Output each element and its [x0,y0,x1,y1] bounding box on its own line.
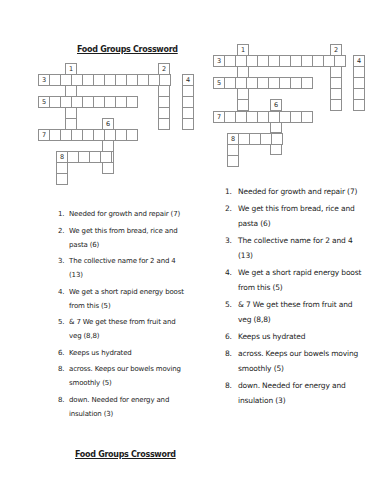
clue-item: 6.Keeps us hydrated [225,329,361,344]
clue-text: We get a short rapid energy boost [69,285,184,299]
clue-text: pasta (6) [238,216,361,231]
clue-text: Keeps us hydrated [238,329,361,344]
clue-text: across. Keeps our bowels moving [238,346,361,361]
clue-text-block: across. Keeps our bowels movingsmoothly … [69,362,184,390]
clue-number: 6. [225,329,238,344]
clue-item: 1.Needed for growth and repair (7) [225,184,361,199]
clue-text-block: The collective name for 2 and 4(13) [238,233,361,263]
grid-cell[interactable] [353,99,365,111]
clue-item: 1.Needed for growth and repair (7) [58,207,184,221]
clue-list-right: 1.Needed for growth and repair (7)2.We g… [225,184,361,410]
worksheet-page: Food Groups Crossword 12345678 12345678 … [0,0,386,500]
footer-title: Food Groups Crossword [75,450,176,459]
grid-cell[interactable] [301,77,313,89]
clue-item: 4.We get a short rapid energy boostfrom … [58,285,184,313]
clue-text: Keeps us hydrated [69,346,184,360]
clue-text: insulation (3) [69,407,184,421]
clue-number: 8. [225,346,238,376]
clue-item: 3.The collective name for 2 and 4(13) [58,254,184,282]
clue-text: insulation (3) [238,393,361,408]
clue-number: 5. [225,297,238,327]
clue-text-block: down. Needed for energy andinsulation (3… [69,393,184,421]
clue-text: The collective name for 2 and 4 [238,233,361,248]
clue-text-block: The collective name for 2 and 4(13) [69,254,184,282]
clue-number: 8. [225,378,238,408]
clue-text: down. Needed for energy and [69,393,184,407]
grid-cell[interactable] [301,111,313,123]
clue-text-block: & 7 We get these from fruit andveg (8,8) [69,315,184,343]
clue-item: 8.across. Keeps our bowels movingsmoothl… [58,362,184,390]
clue-text-block: Keeps us hydrated [69,346,184,360]
clue-number: 2. [225,201,238,231]
clue-text: The collective name for 2 and 4 [69,254,184,268]
clue-text: (13) [238,248,361,263]
word-7-across: 7 [213,111,313,123]
clue-item: 8.down. Needed for energy andinsulation … [58,393,184,421]
clue-number: 6. [58,346,69,360]
clue-text: pasta (6) [69,238,184,252]
clue-item: 5.& 7 We get these from fruit andveg (8,… [225,297,361,327]
clue-text: We get this from bread, rice and [238,201,361,216]
clue-text-block: We get this from bread, rice andpasta (6… [69,224,184,252]
clue-item: 5.& 7 We get these from fruit andveg (8,… [58,315,184,343]
word-3-across: 3 [213,55,346,67]
clue-text: (13) [69,268,184,282]
word-4-down: 4 [353,55,365,111]
clue-text: Needed for growth and repair (7) [69,207,184,221]
clue-text: from this (5) [238,280,361,295]
clue-text: veg (8,8) [238,312,361,327]
clue-number: 1. [58,207,69,221]
clue-number: 3. [58,254,69,282]
clue-number: 8. [58,393,69,421]
clue-text-block: across. Keeps our bowels movingsmoothly … [238,346,361,376]
clue-text-block: We get a short rapid energy boostfrom th… [238,265,361,295]
clue-text: We get this from bread, rice and [69,224,184,238]
clue-text-block: Needed for growth and repair (7) [69,207,184,221]
clue-text: smoothly (5) [69,376,184,390]
clue-text-block: Needed for growth and repair (7) [238,184,361,199]
clue-number: 4. [58,285,69,313]
clue-number: 4. [225,265,238,295]
clue-number: 2. [58,224,69,252]
clue-number: 3. [225,233,238,263]
clue-text-block: down. Needed for energy andinsulation (3… [238,378,361,408]
clue-text: across. Keeps our bowels moving [69,362,184,376]
clue-item: 2.We get this from bread, rice andpasta … [58,224,184,252]
clue-text-block: We get this from bread, rice andpasta (6… [238,201,361,231]
clue-text: smoothly (5) [238,361,361,376]
word-5-across: 5 [213,77,313,89]
clue-item: 4.We get a short rapid energy boostfrom … [225,265,361,295]
clue-text: & 7 We get these from fruit and [69,315,184,329]
clue-list-left: 1.Needed for growth and repair (7)2.We g… [58,207,184,423]
clue-item: 3.The collective name for 2 and 4(13) [225,233,361,263]
grid-cell[interactable] [334,55,346,67]
clue-number: 8. [58,362,69,390]
grid-cell[interactable] [330,99,342,111]
clue-item: 8.down. Needed for energy andinsulation … [225,378,361,408]
clue-text: Needed for growth and repair (7) [238,184,361,199]
clue-item: 2.We get this from bread, rice andpasta … [225,201,361,231]
grid-cell[interactable] [271,133,283,145]
clue-number: 1. [225,184,238,199]
clue-text-block: Keeps us hydrated [238,329,361,344]
clue-item: 6.Keeps us hydrated [58,346,184,360]
clue-item: 8.across. Keeps our bowels movingsmoothl… [225,346,361,376]
clue-number: 5. [58,315,69,343]
grid-cell[interactable] [227,155,239,167]
clue-text: down. Needed for energy and [238,378,361,393]
word-6-down: 6 [270,99,282,155]
clue-text-block: & 7 We get these from fruit andveg (8,8) [238,297,361,327]
clue-text: from this (5) [69,299,184,313]
clue-text-block: We get a short rapid energy boostfrom th… [69,285,184,313]
clue-text: & 7 We get these from fruit and [238,297,361,312]
clue-text: We get a short rapid energy boost [238,265,361,280]
clue-text: veg (8,8) [69,329,184,343]
word-extension [227,144,239,167]
